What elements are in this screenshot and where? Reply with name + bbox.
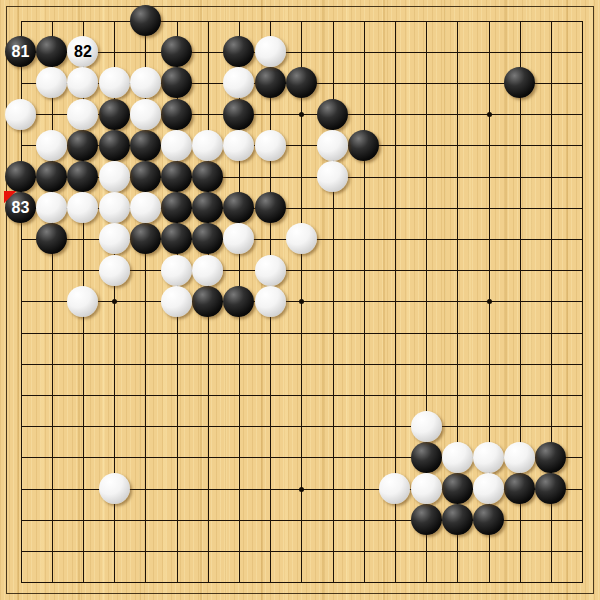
black-stone[interactable] [130,223,161,254]
black-stone[interactable] [67,130,98,161]
black-stone[interactable] [161,161,192,192]
move-number-label: 83 [12,200,30,216]
move-number-label: 81 [12,44,30,60]
white-stone[interactable] [473,473,504,504]
black-stone[interactable] [5,161,36,192]
black-stone[interactable] [223,286,254,317]
black-stone[interactable] [286,67,317,98]
black-stone[interactable] [255,67,286,98]
star-point [487,112,492,117]
black-stone[interactable] [161,99,192,130]
white-stone[interactable] [255,36,286,67]
white-stone[interactable] [255,286,286,317]
black-stone[interactable] [161,192,192,223]
black-stone[interactable] [473,504,504,535]
white-stone[interactable] [99,67,130,98]
white-stone[interactable] [161,255,192,286]
white-stone[interactable] [411,473,442,504]
white-stone[interactable] [504,442,535,473]
grid-line [21,364,584,365]
black-stone[interactable] [192,161,223,192]
black-stone[interactable] [535,442,566,473]
black-stone[interactable] [317,99,348,130]
grid-line [21,551,584,552]
grid-line [21,395,584,396]
white-stone[interactable] [99,223,130,254]
black-stone[interactable] [99,130,130,161]
white-stone[interactable] [99,192,130,223]
grid-line [21,582,584,583]
grid-line [21,426,584,427]
grid-line [582,21,583,584]
white-stone[interactable] [99,161,130,192]
white-stone[interactable] [161,130,192,161]
white-stone[interactable] [130,67,161,98]
black-stone[interactable] [130,161,161,192]
star-point [487,299,492,304]
white-stone[interactable] [317,130,348,161]
white-stone[interactable] [130,192,161,223]
white-stone[interactable] [255,255,286,286]
black-stone[interactable] [161,36,192,67]
black-stone[interactable] [348,130,379,161]
white-stone[interactable] [255,130,286,161]
black-stone[interactable] [36,161,67,192]
black-stone[interactable] [255,192,286,223]
black-stone[interactable] [130,5,161,36]
white-stone[interactable] [99,473,130,504]
black-stone[interactable] [223,99,254,130]
white-stone[interactable] [223,130,254,161]
black-stone[interactable] [442,504,473,535]
white-stone[interactable] [5,99,36,130]
black-stone[interactable] [504,473,535,504]
white-stone[interactable] [192,130,223,161]
grid-line [21,333,584,334]
white-stone[interactable] [161,286,192,317]
black-stone[interactable] [99,99,130,130]
go-board[interactable]: 818382 [0,0,600,600]
white-stone[interactable] [473,442,504,473]
white-stone[interactable] [67,286,98,317]
black-stone[interactable] [192,286,223,317]
white-stone[interactable] [67,99,98,130]
white-stone[interactable] [286,223,317,254]
white-stone[interactable] [130,99,161,130]
black-stone[interactable] [411,504,442,535]
white-stone[interactable] [99,255,130,286]
black-stone[interactable]: 81 [5,36,36,67]
white-stone[interactable] [36,130,67,161]
white-stone[interactable] [442,442,473,473]
move-number-label: 82 [74,44,92,60]
black-stone[interactable] [442,473,473,504]
black-stone[interactable] [130,130,161,161]
star-point [299,487,304,492]
grid-line [364,21,365,584]
white-stone[interactable] [411,411,442,442]
black-stone[interactable] [411,442,442,473]
white-stone[interactable] [192,255,223,286]
white-stone[interactable] [317,161,348,192]
